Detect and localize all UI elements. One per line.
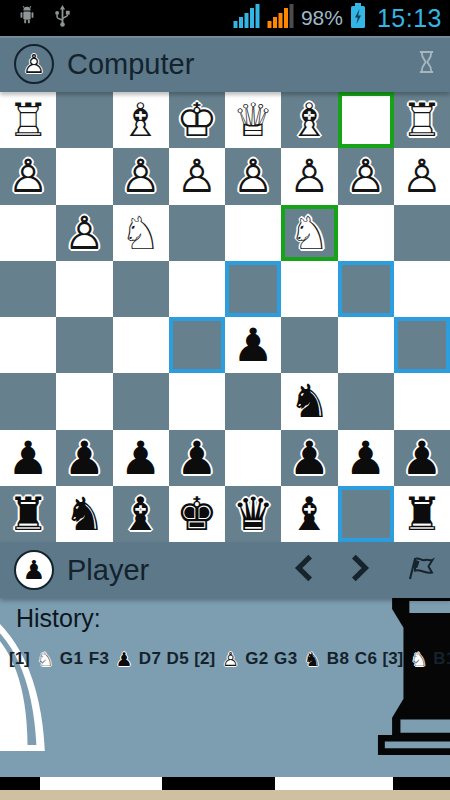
black-pawn[interactable]: ♟ (233, 322, 274, 368)
history-moves: [1]♞♘G1 F3♟D7 D5[2]♟♙G2 G3♞B8 C6[3]♞♘B1 … (0, 649, 450, 669)
square-g3[interactable]: ♟♙ (56, 205, 112, 261)
white-pawn: ♟♙ (222, 650, 239, 669)
square-g6[interactable] (56, 373, 112, 429)
white-bishop[interactable]: ♝♗ (120, 97, 161, 143)
chess-board: ♜♖♝♗♚♔♛♕♝♗♜♖♟♙♟♙♟♙♟♙♟♙♟♙♟♙♟♙♞♘♞♘♟♞♟♟♟♟♟♟… (0, 92, 450, 542)
square-b7[interactable]: ♟ (338, 430, 394, 486)
square-f7[interactable]: ♟ (113, 430, 169, 486)
square-f6[interactable] (113, 373, 169, 429)
next-move-button[interactable] (349, 553, 372, 587)
computer-avatar: ♟♙ (14, 44, 54, 84)
black-bishop[interactable]: ♝ (289, 491, 330, 537)
square-a5[interactable] (394, 317, 450, 373)
black-pawn: ♟ (22, 557, 45, 583)
black-pawn[interactable]: ♟ (120, 435, 161, 481)
square-a8[interactable]: ♜ (394, 486, 450, 542)
black-pawn[interactable]: ♟ (8, 435, 49, 481)
square-b6[interactable] (338, 373, 394, 429)
player-avatar: ♟ (14, 550, 54, 590)
white-pawn[interactable]: ♟♙ (233, 153, 274, 199)
battery-percent: 98% (301, 6, 343, 30)
square-g7[interactable]: ♟ (56, 430, 112, 486)
square-a1[interactable]: ♜♖ (394, 92, 450, 148)
square-e2[interactable]: ♟♙ (169, 148, 225, 204)
square-c8[interactable]: ♝ (281, 486, 337, 542)
square-g8[interactable]: ♞ (56, 486, 112, 542)
white-rook[interactable]: ♜♖ (8, 97, 49, 143)
square-e4[interactable] (169, 261, 225, 317)
square-d7[interactable] (225, 430, 281, 486)
computer-name: Computer (67, 48, 194, 81)
white-pawn[interactable]: ♟♙ (8, 153, 49, 199)
square-e5[interactable] (169, 317, 225, 373)
square-b3[interactable] (338, 205, 394, 261)
white-bishop[interactable]: ♝♗ (289, 97, 330, 143)
black-pawn[interactable]: ♟ (176, 435, 217, 481)
move-text: G2 G3 (245, 649, 298, 669)
black-knight[interactable]: ♞ (64, 491, 105, 537)
square-h5[interactable] (0, 317, 56, 373)
square-d3[interactable] (225, 205, 281, 261)
white-pawn[interactable]: ♟♙ (401, 153, 442, 199)
square-b1[interactable] (338, 92, 394, 148)
app-screen: 98% 15:13 ♟♙ Computer ♜♖♝♗♚♔♛♕♝♗♜♖♟♙♟♙♟♙… (0, 0, 450, 800)
white-pawn[interactable]: ♟♙ (289, 153, 330, 199)
square-c5[interactable] (281, 317, 337, 373)
black-pawn: ♟ (116, 650, 133, 669)
square-d1[interactable]: ♛♕ (225, 92, 281, 148)
square-h6[interactable] (0, 373, 56, 429)
square-g4[interactable] (56, 261, 112, 317)
square-f4[interactable] (113, 261, 169, 317)
square-c7[interactable]: ♟ (281, 430, 337, 486)
move-text: B1 C3 (433, 649, 450, 669)
square-b5[interactable] (338, 317, 394, 373)
square-f3[interactable]: ♞♘ (113, 205, 169, 261)
square-h1[interactable]: ♜♖ (0, 92, 56, 148)
white-pawn: ♟♙ (22, 51, 45, 77)
black-pawn[interactable]: ♟ (401, 435, 442, 481)
square-h4[interactable] (0, 261, 56, 317)
history-title: History: (0, 598, 450, 633)
usb-icon (54, 4, 71, 32)
white-pawn[interactable]: ♟♙ (120, 153, 161, 199)
square-a3[interactable] (394, 205, 450, 261)
black-knight[interactable]: ♞ (289, 378, 330, 424)
move-text: D7 D5 (139, 649, 190, 669)
player-name: Player (67, 554, 149, 587)
move-number: [2] (194, 649, 215, 669)
move-number: [3] (382, 649, 403, 669)
signal-strength-icon (233, 4, 260, 32)
resign-flag-button[interactable] (406, 555, 436, 585)
black-pawn[interactable]: ♟ (64, 435, 105, 481)
square-c2[interactable]: ♟♙ (281, 148, 337, 204)
square-e1[interactable]: ♚♔ (169, 92, 225, 148)
black-king[interactable]: ♚ (176, 491, 217, 537)
player-bar: ♟ Player (0, 542, 450, 598)
square-f2[interactable]: ♟♙ (113, 148, 169, 204)
move-text: B8 C6 (327, 649, 378, 669)
black-rook[interactable]: ♜ (401, 491, 442, 537)
square-g1[interactable] (56, 92, 112, 148)
square-h8[interactable]: ♜ (0, 486, 56, 542)
square-h3[interactable] (0, 205, 56, 261)
square-c3[interactable]: ♞♘ (281, 205, 337, 261)
square-d8[interactable]: ♛ (225, 486, 281, 542)
square-e8[interactable]: ♚ (169, 486, 225, 542)
square-a2[interactable]: ♟♙ (394, 148, 450, 204)
square-g5[interactable] (56, 317, 112, 373)
battery-charging-icon (350, 3, 366, 33)
white-knight: ♞♘ (37, 650, 54, 669)
square-f1[interactable]: ♝♗ (113, 92, 169, 148)
android-debug-icon (16, 5, 38, 31)
hourglass-icon (417, 50, 436, 78)
square-e7[interactable]: ♟ (169, 430, 225, 486)
square-b2[interactable]: ♟♙ (338, 148, 394, 204)
white-king[interactable]: ♚♔ (176, 97, 217, 143)
square-c4[interactable] (281, 261, 337, 317)
white-pawn[interactable]: ♟♙ (176, 153, 217, 199)
move-number: [1] (9, 649, 30, 669)
white-knight: ♞♘ (410, 650, 427, 669)
square-d4[interactable] (225, 261, 281, 317)
black-bishop[interactable]: ♝ (120, 491, 161, 537)
white-knight[interactable]: ♞♘ (120, 210, 161, 256)
black-pawn[interactable]: ♟ (289, 435, 330, 481)
history-panel: ♞ ♜ History: [1]♞♘G1 F3♟D7 D5[2]♟♙G2 G3♞… (0, 598, 450, 800)
square-a4[interactable] (394, 261, 450, 317)
black-knight: ♞ (304, 650, 321, 669)
square-h7[interactable]: ♟ (0, 430, 56, 486)
square-a7[interactable]: ♟ (394, 430, 450, 486)
signal-strength-2-icon (267, 4, 294, 32)
square-f8[interactable]: ♝ (113, 486, 169, 542)
square-c1[interactable]: ♝♗ (281, 92, 337, 148)
white-queen[interactable]: ♛♕ (233, 97, 274, 143)
white-knight[interactable]: ♞♘ (289, 210, 330, 256)
square-b4[interactable] (338, 261, 394, 317)
white-pawn[interactable]: ♟♙ (64, 210, 105, 256)
status-bar: 98% 15:13 (0, 0, 450, 36)
square-d5[interactable]: ♟ (225, 317, 281, 373)
black-pawn[interactable]: ♟ (345, 435, 386, 481)
clock-time: 15:13 (373, 4, 442, 33)
white-pawn[interactable]: ♟♙ (345, 153, 386, 199)
square-b8[interactable] (338, 486, 394, 542)
previous-move-button[interactable] (292, 553, 315, 587)
square-d2[interactable]: ♟♙ (225, 148, 281, 204)
square-e3[interactable] (169, 205, 225, 261)
square-h2[interactable]: ♟♙ (0, 148, 56, 204)
square-d6[interactable] (225, 373, 281, 429)
square-c6[interactable]: ♞ (281, 373, 337, 429)
computer-player-bar: ♟♙ Computer (0, 36, 450, 92)
square-g2[interactable] (56, 148, 112, 204)
black-rook[interactable]: ♜ (8, 491, 49, 537)
square-e6[interactable] (169, 373, 225, 429)
square-f5[interactable] (113, 317, 169, 373)
square-a6[interactable] (394, 373, 450, 429)
black-queen[interactable]: ♛ (233, 491, 274, 537)
white-rook[interactable]: ♜♖ (401, 97, 442, 143)
move-text: G1 F3 (60, 649, 110, 669)
